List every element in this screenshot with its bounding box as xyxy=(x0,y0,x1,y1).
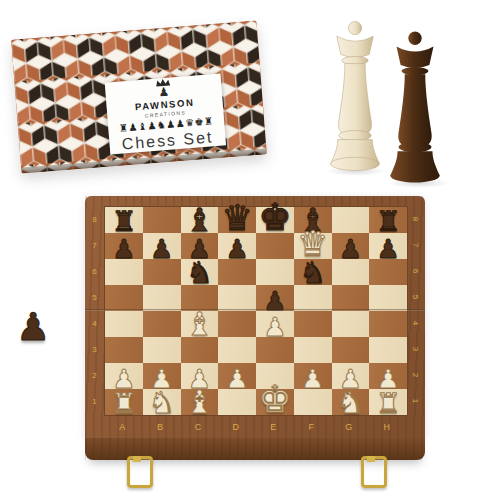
square-a5 xyxy=(105,285,143,311)
square-f7: ♛ xyxy=(294,233,332,259)
square-f3 xyxy=(294,337,332,363)
file-label-d: D xyxy=(217,415,255,438)
square-c2: ♟ xyxy=(181,363,219,389)
piece-black-knight-f6: ♞ xyxy=(299,258,326,288)
square-a6 xyxy=(105,259,143,285)
square-e3 xyxy=(256,337,294,363)
square-a1: ♜ xyxy=(105,389,143,415)
square-g8 xyxy=(332,207,370,233)
piece-white-rook-a1: ♜ xyxy=(111,390,136,418)
square-h8: ♜ xyxy=(369,207,407,233)
file-label-g: G xyxy=(331,415,369,438)
square-h6 xyxy=(369,259,407,285)
piece-white-rook-h1: ♜ xyxy=(376,390,401,418)
piece-black-bishop-f8: ♝ xyxy=(298,204,327,236)
piece-white-bishop-c4: ♝ xyxy=(185,308,214,340)
piece-white-knight-b1: ♞ xyxy=(148,388,175,418)
square-c3 xyxy=(181,337,219,363)
square-h5 xyxy=(369,285,407,311)
piece-white-bishop-c1: ♝ xyxy=(185,386,214,418)
product-photo: ♟ PAWNSON CREATIONS ♜♟♝♟♞♟♟♛♚♜ Chess Set xyxy=(0,0,478,500)
file-label-f: F xyxy=(293,415,331,438)
square-c7: ♟ xyxy=(181,233,219,259)
square-b4 xyxy=(143,311,181,337)
square-e5: ♟ xyxy=(256,285,294,311)
square-e2 xyxy=(256,363,294,389)
rank-label-4: 4 xyxy=(85,310,104,336)
square-e6 xyxy=(256,259,294,285)
square-a3 xyxy=(105,337,143,363)
clasp-left xyxy=(127,456,153,488)
piece-black-king-e8: ♚ xyxy=(258,199,291,236)
file-label-a: A xyxy=(104,415,142,438)
square-d3 xyxy=(218,337,256,363)
pawn-logo-icon: ♟ xyxy=(158,86,170,99)
rank-label-6: 6 xyxy=(85,258,104,284)
square-a8: ♜ xyxy=(105,207,143,233)
rank-label-7: 7 xyxy=(85,232,104,258)
file-label-h: H xyxy=(368,415,406,438)
square-b3 xyxy=(143,337,181,363)
square-b6 xyxy=(143,259,181,285)
square-f6: ♞ xyxy=(294,259,332,285)
clasp-right xyxy=(361,456,387,488)
piece-black-rook-h8: ♜ xyxy=(376,208,401,236)
piece-white-queen-f7: ♛ xyxy=(297,227,328,262)
rank-label-5: 5 xyxy=(85,284,104,310)
square-f8: ♝ xyxy=(294,207,332,233)
square-g1: ♞ xyxy=(332,389,370,415)
square-d8: ♛ xyxy=(218,207,256,233)
display-queen-white xyxy=(322,20,388,172)
file-label-e: E xyxy=(255,415,293,438)
display-queen-dark xyxy=(384,30,446,184)
square-g3 xyxy=(332,337,370,363)
square-d4 xyxy=(218,311,256,337)
square-a7: ♟ xyxy=(105,233,143,259)
rank-label-3: 3 xyxy=(85,336,104,362)
square-e1: ♚ xyxy=(256,389,294,415)
square-c4: ♝ xyxy=(181,311,219,337)
square-b8 xyxy=(143,207,181,233)
square-b2: ♟ xyxy=(143,363,181,389)
square-b5 xyxy=(143,285,181,311)
square-b1: ♞ xyxy=(143,389,181,415)
square-h3 xyxy=(369,337,407,363)
square-f1 xyxy=(294,389,332,415)
square-h2: ♟ xyxy=(369,363,407,389)
board-grid: ♜♝♛♚♝♜♟♟♟♟♛♟♟♞♞♟♝♟♟♟♟♟♟♟♟♜♞♝♚♞♜ xyxy=(104,206,408,416)
piece-black-rook-a8: ♜ xyxy=(111,208,136,236)
square-c8: ♝ xyxy=(181,207,219,233)
square-h7: ♟ xyxy=(369,233,407,259)
square-b7: ♟ xyxy=(143,233,181,259)
box-label: ♟ PAWNSON CREATIONS ♜♟♝♟♞♟♟♛♚♜ Chess Set xyxy=(105,74,226,155)
square-c6: ♞ xyxy=(181,259,219,285)
square-d1 xyxy=(218,389,256,415)
square-c1: ♝ xyxy=(181,389,219,415)
captured-black-pawn: ♟ xyxy=(16,308,50,346)
square-d5 xyxy=(218,285,256,311)
product-box: ♟ PAWNSON CREATIONS ♜♟♝♟♞♟♟♛♚♜ Chess Set xyxy=(11,21,267,174)
chess-board: 87654321 87654321 ABCDEFGH ♜♝♛♚♝♜♟♟♟♟♛♟♟… xyxy=(85,196,425,438)
square-g7: ♟ xyxy=(332,233,370,259)
square-h1: ♜ xyxy=(369,389,407,415)
square-e7 xyxy=(256,233,294,259)
square-e8: ♚ xyxy=(256,207,294,233)
square-a4 xyxy=(105,311,143,337)
square-d6 xyxy=(218,259,256,285)
rank-label-8: 8 xyxy=(85,206,104,232)
piece-black-bishop-c8: ♝ xyxy=(185,204,214,236)
piece-black-queen-d8: ♛ xyxy=(221,201,252,236)
file-labels: ABCDEFGH xyxy=(104,415,406,438)
square-h4 xyxy=(369,311,407,337)
square-d2: ♟ xyxy=(218,363,256,389)
file-label-b: B xyxy=(142,415,180,438)
rank-label-2: 2 xyxy=(85,362,104,388)
square-g4 xyxy=(332,311,370,337)
square-f2: ♟ xyxy=(294,363,332,389)
rank-label-1: 1 xyxy=(85,388,104,414)
square-c5 xyxy=(181,285,219,311)
square-g5 xyxy=(332,285,370,311)
square-g6 xyxy=(332,259,370,285)
square-f5 xyxy=(294,285,332,311)
file-label-c: C xyxy=(180,415,218,438)
board-fold-line xyxy=(85,309,425,311)
square-a2: ♟ xyxy=(105,363,143,389)
square-e4: ♟ xyxy=(256,311,294,337)
square-d7: ♟ xyxy=(218,233,256,259)
piece-white-knight-g1: ♞ xyxy=(337,388,364,418)
piece-black-knight-c6: ♞ xyxy=(186,258,213,288)
square-g2: ♟ xyxy=(332,363,370,389)
square-f4 xyxy=(294,311,332,337)
